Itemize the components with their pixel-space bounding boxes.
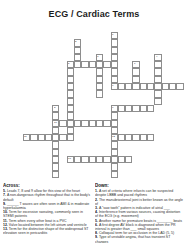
grid-void — [81, 68, 88, 75]
grid-void — [147, 112, 154, 119]
grid-void — [81, 141, 88, 148]
grid-void — [23, 83, 30, 90]
grid-cell[interactable] — [169, 83, 176, 90]
grid-cell[interactable] — [111, 141, 118, 148]
grid-void — [81, 134, 88, 141]
grid-void — [162, 163, 169, 170]
grid-cell[interactable] — [103, 120, 110, 127]
grid-void — [147, 141, 154, 148]
grid-void — [59, 156, 66, 163]
grid-void — [89, 54, 96, 61]
grid-void — [96, 39, 103, 46]
grid-cell[interactable] — [176, 83, 183, 90]
grid-cell[interactable] — [111, 127, 118, 134]
grid-cell[interactable] — [111, 120, 118, 127]
cell-number: 5 — [68, 62, 69, 65]
grid-void — [147, 76, 154, 83]
grid-cell[interactable] — [154, 98, 161, 105]
grid-cell[interactable] — [52, 171, 59, 178]
grid-void — [30, 32, 37, 39]
grid-void — [162, 171, 169, 178]
grid-void — [169, 47, 176, 54]
grid-cell[interactable] — [111, 61, 118, 68]
grid-void — [162, 120, 169, 127]
grid-void — [140, 47, 147, 54]
grid-cell[interactable] — [96, 90, 103, 97]
grid-void — [132, 120, 139, 127]
grid-void — [45, 76, 52, 83]
grid-void — [89, 90, 96, 97]
grid-void — [23, 54, 30, 61]
grid-void — [162, 134, 169, 141]
grid-cell[interactable]: 2 — [74, 39, 81, 46]
grid-void — [118, 68, 125, 75]
grid-cell[interactable] — [154, 61, 161, 68]
grid-void — [147, 163, 154, 170]
grid-cell[interactable] — [67, 76, 74, 83]
grid-cell[interactable] — [162, 83, 169, 90]
grid-void — [74, 105, 81, 112]
grid-void — [147, 149, 154, 156]
clue-item: 4. Interference from various sources, ca… — [95, 210, 183, 218]
grid-void — [169, 39, 176, 46]
grid-cell[interactable] — [52, 156, 59, 163]
grid-void — [169, 105, 176, 112]
grid-void — [125, 120, 132, 127]
grid-cell[interactable] — [147, 134, 154, 141]
grid-void — [45, 163, 52, 170]
clue-item: 2. The manubriosternal joint is better k… — [95, 197, 183, 205]
grid-void — [38, 156, 45, 163]
grid-cell[interactable] — [59, 120, 66, 127]
grid-void — [96, 47, 103, 54]
grid-cell[interactable] — [154, 76, 161, 83]
grid-void — [176, 76, 183, 83]
grid-void — [45, 120, 52, 127]
grid-void — [140, 61, 147, 68]
grid-void — [59, 39, 66, 46]
cell-number: 9 — [112, 106, 113, 109]
grid-cell[interactable] — [89, 156, 96, 163]
grid-void — [45, 39, 52, 46]
grid-void — [132, 156, 139, 163]
grid-cell[interactable]: 7 — [111, 83, 118, 90]
grid-cell[interactable] — [111, 112, 118, 119]
grid-void — [176, 105, 183, 112]
grid-cell[interactable] — [147, 83, 154, 90]
grid-void — [118, 149, 125, 156]
grid-void — [162, 90, 169, 97]
grid-void — [103, 134, 110, 141]
grid-cell[interactable]: 12 — [111, 134, 118, 141]
grid-void — [38, 163, 45, 170]
grid-void — [52, 47, 59, 54]
grid-void — [162, 68, 169, 75]
grid-cell[interactable] — [140, 105, 147, 112]
grid-void — [125, 163, 132, 170]
grid-void — [59, 171, 66, 178]
grid-void — [103, 32, 110, 39]
grid-void — [30, 54, 37, 61]
grid-cell[interactable] — [30, 134, 37, 141]
down-header: Down: — [95, 183, 183, 188]
grid-void — [103, 54, 110, 61]
grid-void — [125, 39, 132, 46]
grid-void — [59, 98, 66, 105]
cell-number: 6 — [134, 62, 135, 65]
grid-void — [30, 171, 37, 178]
grid-cell[interactable] — [67, 83, 74, 90]
grid-void — [23, 90, 30, 97]
grid-cell[interactable] — [132, 134, 139, 141]
grid-cell[interactable] — [118, 83, 125, 90]
grid-void — [132, 141, 139, 148]
grid-void — [67, 32, 74, 39]
grid-cell[interactable] — [67, 98, 74, 105]
grid-void — [45, 105, 52, 112]
grid-cell[interactable] — [74, 120, 81, 127]
grid-cell[interactable] — [67, 112, 74, 119]
grid-cell[interactable] — [52, 149, 59, 156]
grid-void — [140, 120, 147, 127]
grid-void — [169, 127, 176, 134]
clue-text: Type of unstable angina, that has transi… — [95, 235, 170, 243]
grid-void — [45, 149, 52, 156]
cell-number: 8 — [54, 106, 55, 109]
grid-void — [52, 76, 59, 83]
grid-void — [162, 76, 169, 83]
grid-void — [23, 76, 30, 83]
grid-cell[interactable] — [74, 61, 81, 68]
grid-cell[interactable] — [111, 171, 118, 178]
grid-void — [89, 76, 96, 83]
grid-void — [103, 141, 110, 148]
grid-void — [118, 120, 125, 127]
grid-void — [103, 149, 110, 156]
grid-cell[interactable] — [132, 83, 139, 90]
grid-void — [103, 39, 110, 46]
grid-cell[interactable] — [103, 156, 110, 163]
grid-void — [103, 163, 110, 170]
grid-cell[interactable] — [96, 61, 103, 68]
grid-cell[interactable]: 10 — [52, 120, 59, 127]
grid-void — [89, 32, 96, 39]
grid-cell[interactable] — [154, 83, 161, 90]
grid-void — [30, 149, 37, 156]
grid-void — [67, 141, 74, 148]
grid-cell[interactable]: 5 — [67, 61, 74, 68]
grid-void — [132, 32, 139, 39]
grid-void — [38, 127, 45, 134]
grid-void — [176, 156, 183, 163]
clue-text: ______ T waves are often seen in AMI & i… — [3, 202, 89, 210]
grid-void — [169, 156, 176, 163]
grid-void — [169, 120, 176, 127]
grid-cell[interactable] — [140, 134, 147, 141]
grid-cell[interactable] — [52, 112, 59, 119]
grid-cell[interactable] — [118, 134, 125, 141]
grid-void — [74, 76, 81, 83]
clue-text: A "saw tooth" pattern is indicative of a… — [99, 206, 170, 210]
grid-void — [169, 171, 176, 178]
grid-void — [74, 149, 81, 156]
grid-void — [118, 171, 125, 178]
grid-cell[interactable]: 4 — [154, 54, 161, 61]
grid-void — [140, 171, 147, 178]
grid-void — [147, 171, 154, 178]
grid-void — [89, 127, 96, 134]
grid-cell[interactable] — [132, 68, 139, 75]
grid-cell[interactable] — [52, 134, 59, 141]
crossword-grid: 12345678910111213 — [23, 32, 184, 178]
grid-cell[interactable] — [67, 90, 74, 97]
grid-void — [162, 47, 169, 54]
grid-cell[interactable] — [111, 39, 118, 46]
across-clues-section: Across: 5. Leads 7, 8 and 9 allow for th… — [3, 183, 95, 243]
grid-void — [125, 90, 132, 97]
grid-cell[interactable]: 8 — [52, 105, 59, 112]
grid-void — [81, 127, 88, 134]
grid-cell[interactable] — [111, 149, 118, 156]
grid-void — [74, 98, 81, 105]
grid-void — [30, 120, 37, 127]
grid-void — [96, 127, 103, 134]
grid-cell[interactable] — [154, 90, 161, 97]
grid-void — [38, 68, 45, 75]
grid-cell[interactable] — [59, 134, 66, 141]
grid-void — [45, 98, 52, 105]
grid-cell[interactable] — [74, 47, 81, 54]
grid-cell[interactable]: 13 — [67, 156, 74, 163]
grid-cell[interactable] — [67, 120, 74, 127]
grid-void — [81, 39, 88, 46]
clue-item: 13. Term for the distinctive shape of th… — [3, 227, 91, 235]
grid-cell[interactable] — [118, 105, 125, 112]
grid-void — [147, 32, 154, 39]
grid-cell[interactable] — [38, 134, 45, 141]
grid-void — [103, 83, 110, 90]
grid-cell[interactable] — [67, 68, 74, 75]
grid-cell[interactable] — [111, 76, 118, 83]
grid-void — [176, 90, 183, 97]
grid-void — [67, 47, 74, 54]
clue-text: Colloquial term for an occlusion in the … — [99, 231, 174, 235]
grid-void — [81, 105, 88, 112]
grid-cell[interactable] — [45, 134, 52, 141]
grid-cell[interactable] — [111, 54, 118, 61]
grid-cell[interactable] — [140, 83, 147, 90]
grid-void — [176, 47, 183, 54]
grid-cell[interactable] — [154, 68, 161, 75]
grid-cell[interactable] — [67, 105, 74, 112]
grid-cell[interactable] — [132, 105, 139, 112]
grid-void — [74, 163, 81, 170]
grid-cell[interactable] — [125, 83, 132, 90]
grid-void — [38, 120, 45, 127]
grid-void — [162, 156, 169, 163]
grid-void — [45, 47, 52, 54]
grid-cell[interactable] — [89, 61, 96, 68]
grid-void — [118, 54, 125, 61]
grid-cell[interactable] — [52, 141, 59, 148]
grid-void — [169, 134, 176, 141]
grid-void — [45, 156, 52, 163]
grid-void — [81, 76, 88, 83]
clue-item: 1. A set of criteria where infarcts can … — [95, 189, 183, 197]
cell-number: 4 — [156, 55, 157, 58]
grid-void — [45, 83, 52, 90]
grid-void — [30, 98, 37, 105]
grid-void — [23, 127, 30, 134]
down-clues-section: Down: 1. A set of criteria where infarct… — [95, 183, 187, 243]
grid-void — [125, 141, 132, 148]
grid-cell[interactable] — [52, 127, 59, 134]
grid-void — [74, 141, 81, 148]
grid-cell[interactable] — [132, 76, 139, 83]
grid-void — [38, 105, 45, 112]
grid-void — [30, 90, 37, 97]
grid-cell[interactable]: 1 — [111, 32, 118, 39]
grid-cell[interactable] — [118, 156, 125, 163]
grid-cell[interactable] — [111, 156, 118, 163]
grid-cell[interactable] — [96, 120, 103, 127]
grid-cell[interactable] — [111, 47, 118, 54]
grid-void — [132, 163, 139, 170]
grid-void — [154, 163, 161, 170]
grid-void — [169, 61, 176, 68]
grid-void — [103, 127, 110, 134]
grid-void — [74, 32, 81, 39]
grid-void — [118, 141, 125, 148]
puzzle-title: ECG / Cardiac Terms — [0, 9, 188, 19]
grid-void — [45, 32, 52, 39]
grid-void — [103, 112, 110, 119]
grid-cell[interactable] — [81, 61, 88, 68]
grid-cell[interactable]: 3 — [96, 54, 103, 61]
clue-item: 9. Type of unstable angina, that has tra… — [95, 235, 183, 243]
grid-void — [45, 61, 52, 68]
grid-cell[interactable] — [111, 163, 118, 170]
grid-void — [96, 149, 103, 156]
grid-cell[interactable] — [96, 83, 103, 90]
grid-void — [74, 90, 81, 97]
grid-cell[interactable] — [67, 127, 74, 134]
grid-void — [176, 120, 183, 127]
grid-void — [125, 47, 132, 54]
grid-void — [140, 54, 147, 61]
grid-void — [52, 68, 59, 75]
grid-cell[interactable] — [89, 120, 96, 127]
grid-void — [59, 163, 66, 170]
grid-void — [30, 163, 37, 170]
grid-void — [132, 171, 139, 178]
grid-void — [59, 141, 66, 148]
grid-void — [67, 171, 74, 178]
grid-void — [103, 98, 110, 105]
grid-cell[interactable] — [96, 156, 103, 163]
grid-void — [38, 90, 45, 97]
grid-void — [132, 112, 139, 119]
grid-cell[interactable] — [147, 105, 154, 112]
grid-void — [147, 156, 154, 163]
grid-cell[interactable] — [125, 105, 132, 112]
clue-text: Term when every other beat is a PVC — [9, 218, 67, 222]
grid-cell[interactable] — [74, 54, 81, 61]
grid-void — [45, 90, 52, 97]
grid-cell[interactable] — [96, 68, 103, 75]
grid-void — [111, 90, 118, 97]
grid-void — [52, 61, 59, 68]
grid-void — [169, 163, 176, 170]
grid-cell[interactable] — [81, 156, 88, 163]
cell-number: 12 — [112, 135, 115, 138]
grid-void — [38, 149, 45, 156]
grid-void — [59, 90, 66, 97]
grid-cell[interactable] — [74, 156, 81, 163]
grid-void — [23, 149, 30, 156]
grid-void — [67, 163, 74, 170]
grid-void — [89, 47, 96, 54]
grid-void — [176, 98, 183, 105]
grid-void — [38, 32, 45, 39]
grid-void — [147, 90, 154, 97]
grid-void — [162, 39, 169, 46]
grid-void — [125, 112, 132, 119]
grid-void — [38, 61, 45, 68]
grid-cell[interactable]: 6 — [132, 61, 139, 68]
grid-void — [176, 54, 183, 61]
grid-void — [38, 39, 45, 46]
grid-void — [118, 127, 125, 134]
grid-void — [81, 112, 88, 119]
grid-void — [169, 98, 176, 105]
grid-void — [52, 39, 59, 46]
grid-void — [59, 127, 66, 134]
grid-void — [154, 105, 161, 112]
grid-void — [89, 112, 96, 119]
cell-number: 11 — [24, 135, 27, 138]
grid-void — [96, 171, 103, 178]
grid-cell[interactable] — [111, 68, 118, 75]
grid-void — [38, 83, 45, 90]
grid-void — [125, 98, 132, 105]
grid-void — [140, 127, 147, 134]
grid-void — [154, 112, 161, 119]
grid-cell[interactable] — [125, 134, 132, 141]
clue-text: Valve located between the left atrium an… — [9, 223, 87, 227]
grid-cell[interactable] — [96, 76, 103, 83]
grid-cell[interactable]: 9 — [111, 105, 118, 112]
grid-void — [147, 39, 154, 46]
grid-cell[interactable]: 11 — [23, 134, 30, 141]
grid-void — [38, 171, 45, 178]
cell-number: 10 — [54, 121, 57, 124]
grid-cell[interactable] — [125, 156, 132, 163]
grid-cell[interactable] — [103, 61, 110, 68]
grid-void — [23, 141, 30, 148]
grid-cell[interactable] — [81, 120, 88, 127]
grid-void — [103, 171, 110, 178]
grid-cell[interactable] — [67, 134, 74, 141]
grid-void — [147, 127, 154, 134]
grid-void — [125, 32, 132, 39]
grid-void — [67, 54, 74, 61]
grid-void — [45, 112, 52, 119]
grid-void — [162, 105, 169, 112]
clue-lists: Across: 5. Leads 7, 8 and 9 allow for th… — [3, 183, 187, 243]
grid-cell[interactable] — [52, 163, 59, 170]
grid-void — [103, 68, 110, 75]
